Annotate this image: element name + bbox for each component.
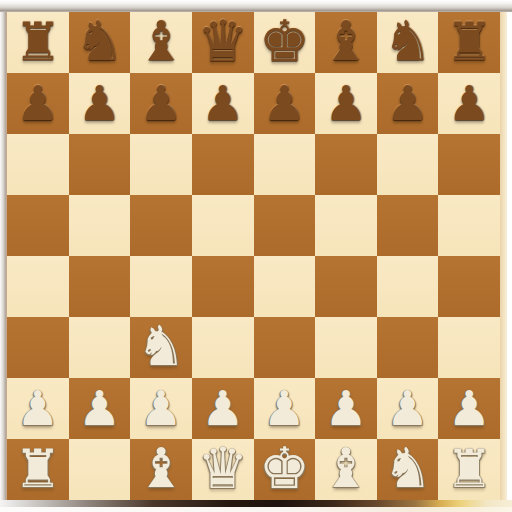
square-g2[interactable]: ♟: [377, 378, 439, 439]
square-b5[interactable]: [69, 195, 131, 256]
square-c5[interactable]: [130, 195, 192, 256]
square-h2[interactable]: ♟: [438, 378, 500, 439]
piece-black-knight-b8[interactable]: ♞: [75, 14, 124, 69]
square-g4[interactable]: [377, 256, 439, 317]
square-e6[interactable]: [254, 134, 316, 195]
square-f3[interactable]: [315, 317, 377, 378]
square-b7[interactable]: ♟: [69, 73, 131, 134]
piece-white-bishop-c1[interactable]: ♝: [136, 441, 185, 496]
square-g5[interactable]: [377, 195, 439, 256]
square-f8[interactable]: ♝: [315, 12, 377, 73]
square-h7[interactable]: ♟: [438, 73, 500, 134]
piece-white-pawn-b2[interactable]: ♟: [78, 384, 121, 432]
square-g7[interactable]: ♟: [377, 73, 439, 134]
square-g3[interactable]: [377, 317, 439, 378]
piece-white-bishop-f1[interactable]: ♝: [321, 441, 370, 496]
piece-white-pawn-e2[interactable]: ♟: [263, 384, 306, 432]
piece-black-rook-h8[interactable]: ♜: [445, 15, 493, 68]
square-c8[interactable]: ♝: [130, 12, 192, 73]
board-right-edge: [500, 12, 507, 500]
piece-white-pawn-h2[interactable]: ♟: [448, 384, 491, 432]
square-h5[interactable]: [438, 195, 500, 256]
piece-black-bishop-f8[interactable]: ♝: [321, 14, 370, 69]
square-b4[interactable]: [69, 256, 131, 317]
square-c7[interactable]: ♟: [130, 73, 192, 134]
square-c4[interactable]: [130, 256, 192, 317]
piece-black-pawn-d7[interactable]: ♟: [201, 79, 244, 127]
square-g1[interactable]: ♞: [377, 439, 439, 500]
square-f4[interactable]: [315, 256, 377, 317]
piece-black-pawn-b7[interactable]: ♟: [78, 79, 121, 127]
piece-black-knight-g8[interactable]: ♞: [383, 14, 432, 69]
piece-white-rook-h1[interactable]: ♜: [445, 442, 493, 495]
square-d5[interactable]: [192, 195, 254, 256]
square-e5[interactable]: [254, 195, 316, 256]
piece-black-pawn-g7[interactable]: ♟: [386, 79, 429, 127]
piece-white-knight-g1[interactable]: ♞: [383, 441, 432, 496]
square-h4[interactable]: [438, 256, 500, 317]
square-f7[interactable]: ♟: [315, 73, 377, 134]
piece-black-pawn-f7[interactable]: ♟: [324, 79, 367, 127]
piece-black-pawn-e7[interactable]: ♟: [263, 79, 306, 127]
square-d7[interactable]: ♟: [192, 73, 254, 134]
square-h1[interactable]: ♜: [438, 439, 500, 500]
square-b2[interactable]: ♟: [69, 378, 131, 439]
table-surface-strip: [0, 507, 512, 512]
square-a8[interactable]: ♜: [7, 12, 69, 73]
square-e2[interactable]: ♟: [254, 378, 316, 439]
piece-white-pawn-a2[interactable]: ♟: [16, 384, 59, 432]
piece-white-pawn-c2[interactable]: ♟: [140, 384, 183, 432]
piece-black-queen-d8[interactable]: ♛: [197, 13, 248, 70]
piece-white-king-e1[interactable]: ♚: [259, 440, 310, 497]
square-c1[interactable]: ♝: [130, 439, 192, 500]
square-a3[interactable]: [7, 317, 69, 378]
piece-black-king-e8[interactable]: ♚: [259, 13, 310, 70]
table-reflection-strip: [0, 500, 512, 507]
board-left-bevel-edge: [0, 12, 7, 500]
square-e7[interactable]: ♟: [254, 73, 316, 134]
square-d3[interactable]: [192, 317, 254, 378]
square-a2[interactable]: ♟: [7, 378, 69, 439]
square-f2[interactable]: ♟: [315, 378, 377, 439]
square-a6[interactable]: [7, 134, 69, 195]
square-d6[interactable]: [192, 134, 254, 195]
square-e8[interactable]: ♚: [254, 12, 316, 73]
piece-black-pawn-a7[interactable]: ♟: [16, 79, 59, 127]
square-f1[interactable]: ♝: [315, 439, 377, 500]
square-h6[interactable]: [438, 134, 500, 195]
square-c6[interactable]: [130, 134, 192, 195]
piece-black-rook-a8[interactable]: ♜: [14, 15, 62, 68]
square-d4[interactable]: [192, 256, 254, 317]
square-a7[interactable]: ♟: [7, 73, 69, 134]
piece-white-knight-c3[interactable]: ♞: [136, 319, 185, 374]
square-e3[interactable]: [254, 317, 316, 378]
square-b1[interactable]: [69, 439, 131, 500]
square-e1[interactable]: ♚: [254, 439, 316, 500]
square-f6[interactable]: [315, 134, 377, 195]
square-g6[interactable]: [377, 134, 439, 195]
square-d1[interactable]: ♛: [192, 439, 254, 500]
piece-white-queen-d1[interactable]: ♛: [197, 440, 248, 497]
piece-white-pawn-d2[interactable]: ♟: [201, 384, 244, 432]
square-b8[interactable]: ♞: [69, 12, 131, 73]
square-g8[interactable]: ♞: [377, 12, 439, 73]
square-h8[interactable]: ♜: [438, 12, 500, 73]
square-d2[interactable]: ♟: [192, 378, 254, 439]
piece-white-pawn-g2[interactable]: ♟: [386, 384, 429, 432]
square-b3[interactable]: [69, 317, 131, 378]
chess-board: ♜♞♝♛♚♝♞♜♟♟♟♟♟♟♟♟♞♟♟♟♟♟♟♟♟♜♝♛♚♝♞♜: [7, 12, 500, 500]
square-h3[interactable]: [438, 317, 500, 378]
square-b6[interactable]: [69, 134, 131, 195]
square-f5[interactable]: [315, 195, 377, 256]
square-e4[interactable]: [254, 256, 316, 317]
square-c2[interactable]: ♟: [130, 378, 192, 439]
piece-black-pawn-h7[interactable]: ♟: [448, 79, 491, 127]
square-a1[interactable]: ♜: [7, 439, 69, 500]
piece-white-pawn-f2[interactable]: ♟: [324, 384, 367, 432]
piece-black-pawn-c7[interactable]: ♟: [140, 79, 183, 127]
piece-white-rook-a1[interactable]: ♜: [14, 442, 62, 495]
piece-black-bishop-c8[interactable]: ♝: [136, 14, 185, 69]
square-a5[interactable]: [7, 195, 69, 256]
square-d8[interactable]: ♛: [192, 12, 254, 73]
square-a4[interactable]: [7, 256, 69, 317]
chess-app-screenshot: ♜♞♝♛♚♝♞♜♟♟♟♟♟♟♟♟♞♟♟♟♟♟♟♟♟♜♝♛♚♝♞♜: [0, 0, 512, 512]
square-c3[interactable]: ♞: [130, 317, 192, 378]
